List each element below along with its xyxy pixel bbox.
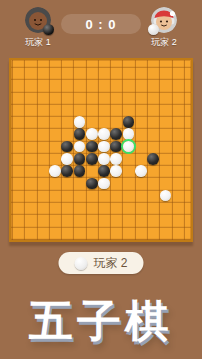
turn-indicator-label: 玩家 2 xyxy=(93,255,127,272)
player1-avatar[interactable] xyxy=(25,7,51,33)
player2-name: 玩家 2 xyxy=(138,36,190,49)
player2-panel: 玩家 2 xyxy=(138,7,190,49)
white-stone xyxy=(86,128,98,140)
black-stone xyxy=(61,165,73,177)
black-stone xyxy=(98,165,110,177)
white-stone xyxy=(110,165,122,177)
gomoku-app: 玩家 1 0 : 0 玩家 2 玩家 2 xyxy=(0,0,202,359)
black-stone xyxy=(123,116,135,128)
game-title: 五子棋 xyxy=(0,292,202,351)
white-stone-icon xyxy=(74,257,87,270)
white-stone xyxy=(98,153,110,165)
white-stone xyxy=(98,128,110,140)
black-stone xyxy=(86,178,98,190)
white-stone xyxy=(135,165,147,177)
score-pill: 0 : 0 xyxy=(61,14,141,34)
white-stone xyxy=(61,153,73,165)
black-stone xyxy=(74,165,86,177)
black-stone xyxy=(86,153,98,165)
white-stone xyxy=(110,153,122,165)
turn-indicator: 玩家 2 xyxy=(58,252,143,274)
black-stone xyxy=(147,153,159,165)
black-stone xyxy=(86,141,98,153)
white-stone xyxy=(98,141,110,153)
white-stone xyxy=(74,116,86,128)
white-stone xyxy=(98,178,110,190)
score-text: 0 : 0 xyxy=(85,17,116,32)
player2-avatar[interactable] xyxy=(151,7,177,33)
player1-name: 玩家 1 xyxy=(12,36,64,49)
black-stone xyxy=(74,153,86,165)
white-stone xyxy=(49,165,61,177)
black-stone-icon xyxy=(43,24,54,35)
white-stone-icon xyxy=(148,24,159,35)
gomoku-board[interactable] xyxy=(9,58,193,242)
player1-panel: 玩家 1 xyxy=(12,7,64,49)
